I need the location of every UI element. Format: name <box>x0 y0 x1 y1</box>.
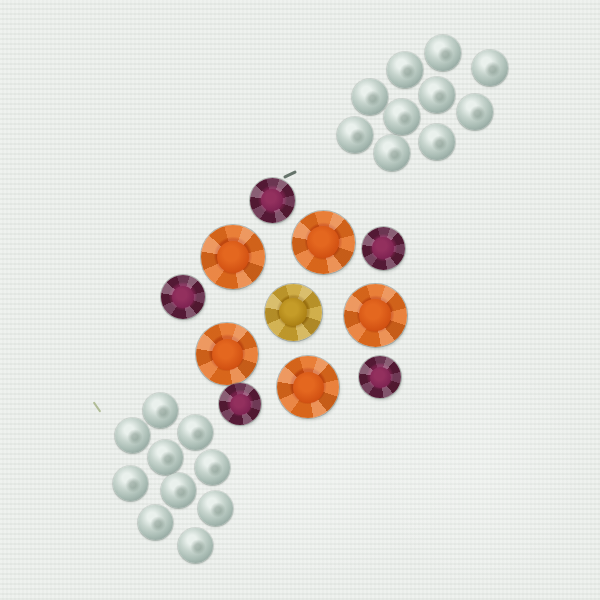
silver-bead <box>425 35 461 71</box>
purple-gem <box>250 178 295 223</box>
silver-bead <box>178 528 213 563</box>
silver-bead <box>143 393 178 428</box>
silver-bead <box>178 415 213 450</box>
silver-bead <box>384 99 420 135</box>
silver-bead <box>457 94 493 130</box>
orange-gem <box>344 284 407 347</box>
silver-bead <box>387 52 423 88</box>
dark-fiber <box>283 170 297 179</box>
silver-bead <box>337 117 373 153</box>
rhinestone-motif-board <box>0 0 600 600</box>
silver-bead <box>419 124 455 160</box>
pale-thread <box>93 402 102 413</box>
orange-gem <box>196 323 258 385</box>
silver-bead <box>113 466 148 501</box>
purple-gem <box>362 227 405 270</box>
silver-bead <box>195 450 230 485</box>
purple-gem <box>359 356 401 398</box>
gold-gem <box>265 284 322 341</box>
silver-bead <box>161 473 196 508</box>
silver-bead <box>352 79 388 115</box>
silver-bead <box>148 440 183 475</box>
silver-bead <box>374 135 410 171</box>
silver-bead <box>419 77 455 113</box>
orange-gem <box>277 356 339 418</box>
silver-bead <box>198 491 233 526</box>
orange-gem <box>292 211 355 274</box>
silver-bead <box>138 505 173 540</box>
orange-gem <box>201 225 265 289</box>
silver-bead <box>472 50 508 86</box>
purple-gem <box>219 383 261 425</box>
fabric-background <box>0 0 600 600</box>
purple-gem <box>161 275 205 319</box>
silver-bead <box>115 418 150 453</box>
